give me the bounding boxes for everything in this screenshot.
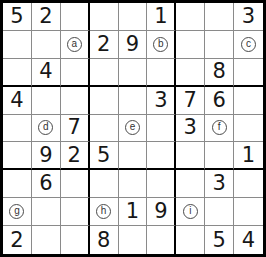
- cell-r6c5[interactable]: [119, 142, 148, 170]
- given-digit: 4: [10, 90, 23, 111]
- cell-r3c4[interactable]: [90, 59, 119, 87]
- cell-r3c3[interactable]: [61, 59, 90, 87]
- cell-r3c7[interactable]: [176, 59, 205, 87]
- cell-r8c3[interactable]: [61, 198, 90, 226]
- cell-r7c2[interactable]: 6: [32, 170, 61, 198]
- cell-r5c1[interactable]: [3, 115, 32, 143]
- cell-r7c6[interactable]: [147, 170, 176, 198]
- circled-letter-i: i: [183, 204, 198, 219]
- given-digit: 3: [242, 6, 255, 27]
- given-digit: 8: [97, 230, 110, 251]
- cell-r7c8[interactable]: 3: [205, 170, 234, 198]
- cell-r5c6[interactable]: [147, 115, 176, 143]
- given-digit: 1: [126, 201, 139, 222]
- cell-r3c8[interactable]: 8: [205, 59, 234, 87]
- cell-r7c3[interactable]: [61, 170, 90, 198]
- cell-r4c9[interactable]: [234, 87, 263, 115]
- circled-letter-e: e: [125, 120, 140, 135]
- cell-r6c1[interactable]: [3, 142, 32, 170]
- given-digit: 1: [242, 145, 255, 166]
- cell-r9c7[interactable]: [176, 226, 205, 254]
- cell-r1c7[interactable]: [176, 3, 205, 31]
- given-digit: 5: [10, 6, 23, 27]
- cell-r8c1[interactable]: g: [3, 198, 32, 226]
- given-digit: 3: [212, 173, 225, 194]
- cell-r1c4[interactable]: [90, 3, 119, 31]
- given-digit: 5: [212, 230, 225, 251]
- cell-r9c8[interactable]: 5: [205, 226, 234, 254]
- cell-r9c1[interactable]: 2: [3, 226, 32, 254]
- circled-letter-b: b: [153, 37, 168, 52]
- given-digit: 2: [39, 6, 52, 27]
- given-digit: 1: [154, 6, 167, 27]
- cell-r2c6[interactable]: b: [147, 31, 176, 59]
- cell-r3c9[interactable]: [234, 59, 263, 87]
- cell-r7c7[interactable]: [176, 170, 205, 198]
- cell-r1c9[interactable]: 3: [234, 3, 263, 31]
- cell-r1c6[interactable]: 1: [147, 3, 176, 31]
- cell-r6c6[interactable]: [147, 142, 176, 170]
- given-digit: 3: [154, 90, 167, 111]
- given-digit: 9: [126, 34, 139, 55]
- cell-r2c4[interactable]: 2: [90, 31, 119, 59]
- cell-r2c7[interactable]: [176, 31, 205, 59]
- sudoku-board: 5213a29bc484376d7e3f925163gh19i2854: [0, 0, 266, 257]
- cell-r4c8[interactable]: 6: [205, 87, 234, 115]
- cell-r7c4[interactable]: [90, 170, 119, 198]
- given-digit: 6: [212, 90, 225, 111]
- cell-r1c3[interactable]: [61, 3, 90, 31]
- cell-r5c2[interactable]: d: [32, 115, 61, 143]
- given-digit: 7: [184, 90, 197, 111]
- cell-r6c3[interactable]: 2: [61, 142, 90, 170]
- cell-r9c4[interactable]: 8: [90, 226, 119, 254]
- cell-r5c4[interactable]: [90, 115, 119, 143]
- cell-r9c2[interactable]: [32, 226, 61, 254]
- given-digit: 8: [212, 61, 225, 82]
- circled-letter-a: a: [67, 37, 82, 52]
- cell-r6c9[interactable]: 1: [234, 142, 263, 170]
- circled-letter-f: f: [212, 120, 227, 135]
- given-digit: 2: [10, 230, 23, 251]
- cell-r8c7[interactable]: i: [176, 198, 205, 226]
- cell-r8c8[interactable]: [205, 198, 234, 226]
- cell-r5c3[interactable]: 7: [61, 115, 90, 143]
- cell-r8c9[interactable]: [234, 198, 263, 226]
- cell-r7c5[interactable]: [119, 170, 148, 198]
- cell-r3c6[interactable]: [147, 59, 176, 87]
- circled-letter-c: c: [241, 37, 256, 52]
- cell-r7c1[interactable]: [3, 170, 32, 198]
- circled-letter-h: h: [96, 204, 111, 219]
- cell-r4c3[interactable]: [61, 87, 90, 115]
- cell-r9c9[interactable]: 4: [234, 226, 263, 254]
- cell-r6c7[interactable]: [176, 142, 205, 170]
- cell-r3c2[interactable]: 4: [32, 59, 61, 87]
- given-digit: 7: [68, 117, 81, 138]
- cell-r2c9[interactable]: c: [234, 31, 263, 59]
- given-digit: 9: [154, 201, 167, 222]
- cell-r4c5[interactable]: [119, 87, 148, 115]
- cell-r4c2[interactable]: [32, 87, 61, 115]
- cell-r3c1[interactable]: [3, 59, 32, 87]
- cell-r5c7[interactable]: 3: [176, 115, 205, 143]
- given-digit: 4: [39, 61, 52, 82]
- cell-r8c5[interactable]: 1: [119, 198, 148, 226]
- cell-r4c1[interactable]: 4: [3, 87, 32, 115]
- cell-r2c3[interactable]: a: [61, 31, 90, 59]
- cell-r8c4[interactable]: h: [90, 198, 119, 226]
- cell-r4c4[interactable]: [90, 87, 119, 115]
- cell-r7c9[interactable]: [234, 170, 263, 198]
- cell-r2c1[interactable]: [3, 31, 32, 59]
- given-digit: 5: [97, 145, 110, 166]
- cell-r8c6[interactable]: 9: [147, 198, 176, 226]
- given-digit: 6: [39, 173, 52, 194]
- cell-r4c7[interactable]: 7: [176, 87, 205, 115]
- cell-r9c3[interactable]: [61, 226, 90, 254]
- cell-r1c2[interactable]: 2: [32, 3, 61, 31]
- cell-r5c5[interactable]: e: [119, 115, 148, 143]
- given-digit: 3: [184, 117, 197, 138]
- circled-letter-g: g: [9, 204, 24, 219]
- given-digit: 9: [39, 145, 52, 166]
- cell-r3c5[interactable]: [119, 59, 148, 87]
- cell-r8c2[interactable]: [32, 198, 61, 226]
- cell-r6c2[interactable]: 9: [32, 142, 61, 170]
- cell-r1c1[interactable]: 5: [3, 3, 32, 31]
- cell-r6c4[interactable]: 5: [90, 142, 119, 170]
- cell-r9c6[interactable]: [147, 226, 176, 254]
- cell-r6c8[interactable]: [205, 142, 234, 170]
- cell-r4c6[interactable]: 3: [147, 87, 176, 115]
- given-digit: 2: [68, 145, 81, 166]
- cell-r5c8[interactable]: f: [205, 115, 234, 143]
- cell-r5c9[interactable]: [234, 115, 263, 143]
- cell-r2c5[interactable]: 9: [119, 31, 148, 59]
- circled-letter-d: d: [38, 120, 53, 135]
- given-digit: 4: [242, 230, 255, 251]
- cell-r2c8[interactable]: [205, 31, 234, 59]
- cell-r2c2[interactable]: [32, 31, 61, 59]
- cell-r1c5[interactable]: [119, 3, 148, 31]
- cell-r9c5[interactable]: [119, 226, 148, 254]
- cell-r1c8[interactable]: [205, 3, 234, 31]
- given-digit: 2: [97, 34, 110, 55]
